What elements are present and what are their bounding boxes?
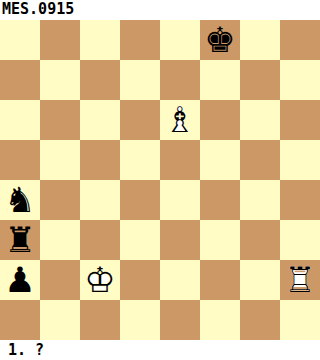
move-prompt: 1. ? [0, 340, 320, 360]
square-a6[interactable] [0, 100, 40, 140]
square-d7[interactable] [120, 60, 160, 100]
square-f1[interactable] [200, 300, 240, 340]
square-a8[interactable] [0, 20, 40, 60]
square-h7[interactable] [280, 60, 320, 100]
square-d5[interactable] [120, 140, 160, 180]
square-f8[interactable]: ♚ [200, 20, 240, 60]
white-bishop[interactable]: ♗ [160, 100, 200, 140]
square-c7[interactable] [80, 60, 120, 100]
square-h2[interactable]: ♜♖ [280, 260, 320, 300]
square-h3[interactable] [280, 220, 320, 260]
square-h5[interactable] [280, 140, 320, 180]
white-rook[interactable]: ♖ [280, 260, 320, 300]
square-h4[interactable] [280, 180, 320, 220]
square-b3[interactable] [40, 220, 80, 260]
square-g4[interactable] [240, 180, 280, 220]
puzzle-page: MES.0915 ♚♝♗♞♜♟♚♔♜♖ 1. ? [0, 0, 320, 360]
square-f5[interactable] [200, 140, 240, 180]
square-e6[interactable]: ♝♗ [160, 100, 200, 140]
square-a5[interactable] [0, 140, 40, 180]
square-g3[interactable] [240, 220, 280, 260]
square-b1[interactable] [40, 300, 80, 340]
black-pawn[interactable]: ♟ [0, 260, 40, 300]
square-b6[interactable] [40, 100, 80, 140]
square-b8[interactable] [40, 20, 80, 60]
square-d6[interactable] [120, 100, 160, 140]
square-c8[interactable] [80, 20, 120, 60]
square-f2[interactable] [200, 260, 240, 300]
chess-board: ♚♝♗♞♜♟♚♔♜♖ [0, 20, 320, 340]
black-knight[interactable]: ♞ [0, 180, 40, 220]
square-a2[interactable]: ♟ [0, 260, 40, 300]
square-a4[interactable]: ♞ [0, 180, 40, 220]
square-g2[interactable] [240, 260, 280, 300]
square-f4[interactable] [200, 180, 240, 220]
square-h6[interactable] [280, 100, 320, 140]
puzzle-title: MES.0915 [0, 0, 320, 20]
square-h1[interactable] [280, 300, 320, 340]
square-e8[interactable] [160, 20, 200, 60]
square-b4[interactable] [40, 180, 80, 220]
square-g1[interactable] [240, 300, 280, 340]
square-e1[interactable] [160, 300, 200, 340]
square-a7[interactable] [0, 60, 40, 100]
square-d2[interactable] [120, 260, 160, 300]
square-c3[interactable] [80, 220, 120, 260]
square-c4[interactable] [80, 180, 120, 220]
square-g5[interactable] [240, 140, 280, 180]
square-e7[interactable] [160, 60, 200, 100]
square-c1[interactable] [80, 300, 120, 340]
square-e2[interactable] [160, 260, 200, 300]
square-a3[interactable]: ♜ [0, 220, 40, 260]
square-e5[interactable] [160, 140, 200, 180]
white-king[interactable]: ♔ [80, 260, 120, 300]
square-d8[interactable] [120, 20, 160, 60]
square-g7[interactable] [240, 60, 280, 100]
square-c5[interactable] [80, 140, 120, 180]
square-e4[interactable] [160, 180, 200, 220]
square-d4[interactable] [120, 180, 160, 220]
square-c6[interactable] [80, 100, 120, 140]
square-f7[interactable] [200, 60, 240, 100]
square-e3[interactable] [160, 220, 200, 260]
square-b5[interactable] [40, 140, 80, 180]
square-b7[interactable] [40, 60, 80, 100]
square-h8[interactable] [280, 20, 320, 60]
square-f6[interactable] [200, 100, 240, 140]
square-d1[interactable] [120, 300, 160, 340]
square-d3[interactable] [120, 220, 160, 260]
square-g8[interactable] [240, 20, 280, 60]
black-king[interactable]: ♚ [200, 20, 240, 60]
square-g6[interactable] [240, 100, 280, 140]
square-a1[interactable] [0, 300, 40, 340]
square-c2[interactable]: ♚♔ [80, 260, 120, 300]
square-b2[interactable] [40, 260, 80, 300]
square-f3[interactable] [200, 220, 240, 260]
black-rook[interactable]: ♜ [0, 220, 40, 260]
